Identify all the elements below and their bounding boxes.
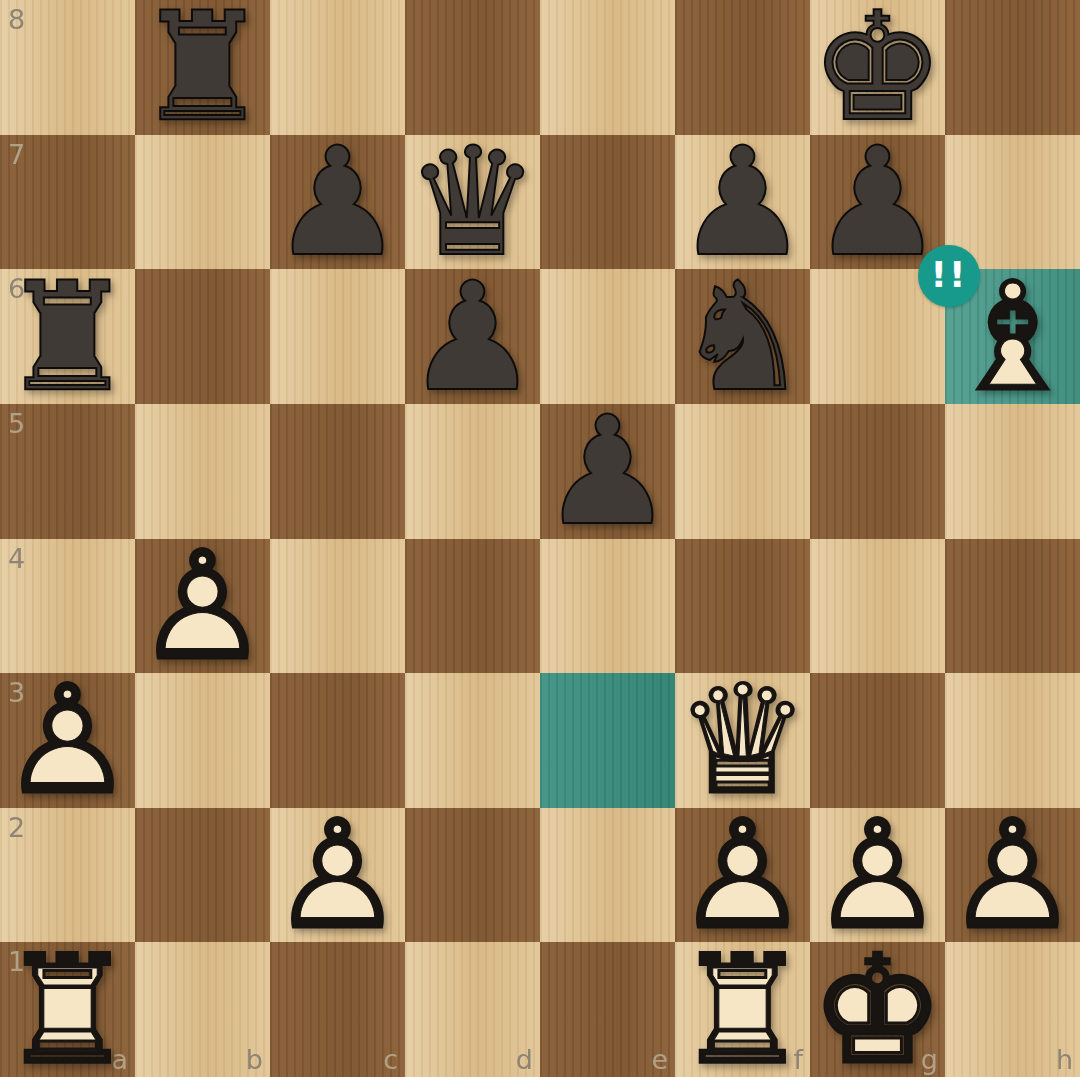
piece-glyph: ♟ — [270, 135, 405, 270]
square-g4[interactable] — [810, 539, 945, 674]
brilliant-move-badge: !! — [918, 245, 980, 307]
square-c2[interactable]: ♟♙ — [270, 808, 405, 943]
piece-white-pawn[interactable]: ♟♙ — [945, 808, 1080, 943]
square-d1[interactable]: d — [405, 942, 540, 1077]
square-d6[interactable]: ♟ — [405, 269, 540, 404]
piece-white-rook[interactable]: ♜♖ — [675, 942, 810, 1077]
square-d3[interactable] — [405, 673, 540, 808]
piece-white-pawn[interactable]: ♟♙ — [135, 539, 270, 674]
square-f1[interactable]: f♜♖ — [675, 942, 810, 1077]
square-e1[interactable]: e — [540, 942, 675, 1077]
square-c5[interactable] — [270, 404, 405, 539]
file-label-e: e — [651, 1044, 668, 1075]
piece-outline-layer: ♙ — [945, 808, 1080, 943]
square-a8[interactable]: 8 — [0, 0, 135, 135]
file-label-d: d — [516, 1044, 533, 1075]
piece-outline-layer: ♔ — [810, 942, 945, 1077]
square-e3[interactable] — [540, 673, 675, 808]
piece-outline-layer: ♖ — [675, 942, 810, 1077]
square-b6[interactable] — [135, 269, 270, 404]
piece-black-knight[interactable]: ♞ — [675, 269, 810, 404]
square-f6[interactable]: ♞ — [675, 269, 810, 404]
rank-label-2: 2 — [8, 812, 25, 843]
brilliant-move-symbol: !! — [931, 254, 968, 295]
square-b1[interactable]: b — [135, 942, 270, 1077]
piece-black-rook[interactable]: ♜ — [0, 269, 135, 404]
piece-black-pawn[interactable]: ♟ — [405, 269, 540, 404]
file-label-h: h — [1056, 1044, 1073, 1075]
piece-glyph: ♜ — [0, 269, 135, 404]
square-g5[interactable] — [810, 404, 945, 539]
piece-black-pawn[interactable]: ♟ — [270, 135, 405, 270]
square-h4[interactable] — [945, 539, 1080, 674]
piece-outline-layer: ♙ — [0, 673, 135, 808]
square-a3[interactable]: 3♟♙ — [0, 673, 135, 808]
square-f5[interactable] — [675, 404, 810, 539]
square-g7[interactable]: ♟ — [810, 135, 945, 270]
square-h5[interactable] — [945, 404, 1080, 539]
piece-black-rook[interactable]: ♜ — [135, 0, 270, 135]
square-b7[interactable] — [135, 135, 270, 270]
rank-label-7: 7 — [8, 139, 25, 170]
square-c1[interactable]: c — [270, 942, 405, 1077]
chess-board: 8♜♚7♟♛♟♟6♜♟♞♝♗5♟4♟♙3♟♙♛♕2♟♙♟♙♟♙♟♙1a♜♖bcd… — [0, 0, 1080, 1077]
square-d5[interactable] — [405, 404, 540, 539]
square-e7[interactable] — [540, 135, 675, 270]
rank-label-8: 8 — [8, 4, 25, 35]
piece-glyph: ♟ — [810, 135, 945, 270]
piece-outline-layer: ♖ — [0, 942, 135, 1077]
square-e8[interactable] — [540, 0, 675, 135]
piece-glyph: ♟ — [405, 269, 540, 404]
piece-glyph: ♜ — [135, 0, 270, 135]
piece-glyph: ♞ — [675, 269, 810, 404]
file-label-c: c — [383, 1044, 398, 1075]
square-g1[interactable]: g♚♔ — [810, 942, 945, 1077]
square-a5[interactable]: 5 — [0, 404, 135, 539]
square-b3[interactable] — [135, 673, 270, 808]
piece-white-king[interactable]: ♚♔ — [810, 942, 945, 1077]
piece-white-pawn[interactable]: ♟♙ — [0, 673, 135, 808]
square-e5[interactable]: ♟ — [540, 404, 675, 539]
rank-label-5: 5 — [8, 408, 25, 439]
square-c6[interactable] — [270, 269, 405, 404]
square-a1[interactable]: 1a♜♖ — [0, 942, 135, 1077]
square-c7[interactable]: ♟ — [270, 135, 405, 270]
square-d4[interactable] — [405, 539, 540, 674]
square-c4[interactable] — [270, 539, 405, 674]
piece-glyph: ♟ — [540, 404, 675, 539]
square-h8[interactable] — [945, 0, 1080, 135]
square-h1[interactable]: h — [945, 942, 1080, 1077]
piece-outline-layer: ♙ — [270, 808, 405, 943]
piece-white-rook[interactable]: ♜♖ — [0, 942, 135, 1077]
piece-white-pawn[interactable]: ♟♙ — [270, 808, 405, 943]
square-b4[interactable]: ♟♙ — [135, 539, 270, 674]
rank-label-4: 4 — [8, 543, 25, 574]
square-e2[interactable] — [540, 808, 675, 943]
square-a6[interactable]: 6♜ — [0, 269, 135, 404]
square-d2[interactable] — [405, 808, 540, 943]
chess-app-screen: 8♜♚7♟♛♟♟6♜♟♞♝♗5♟4♟♙3♟♙♛♕2♟♙♟♙♟♙♟♙1a♜♖bcd… — [0, 0, 1080, 1077]
piece-outline-layer: ♙ — [135, 539, 270, 674]
square-b2[interactable] — [135, 808, 270, 943]
piece-black-pawn[interactable]: ♟ — [810, 135, 945, 270]
square-e4[interactable] — [540, 539, 675, 674]
square-h2[interactable]: ♟♙ — [945, 808, 1080, 943]
square-b8[interactable]: ♜ — [135, 0, 270, 135]
file-label-b: b — [246, 1044, 263, 1075]
piece-black-pawn[interactable]: ♟ — [540, 404, 675, 539]
